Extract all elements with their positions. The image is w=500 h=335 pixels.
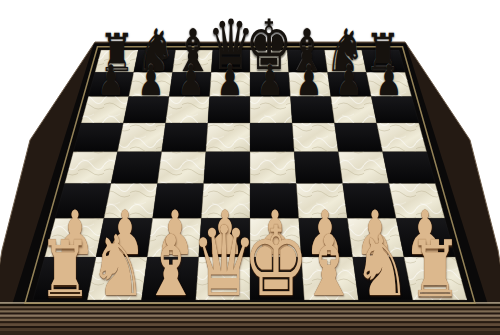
- square-e3: [250, 183, 299, 218]
- square-f7-texture: [289, 72, 331, 96]
- square-b5-texture: [117, 123, 165, 152]
- square-b2: [96, 218, 153, 257]
- square-a4-texture: [65, 152, 118, 184]
- square-a5: [73, 123, 123, 152]
- square-c3: [153, 183, 204, 218]
- square-b8: [134, 50, 176, 72]
- square-c5: [162, 123, 208, 152]
- square-d7-texture: [210, 72, 250, 96]
- square-b6: [123, 97, 169, 123]
- square-f2: [299, 218, 353, 257]
- square-g8-texture: [325, 50, 367, 72]
- square-a3: [55, 183, 111, 218]
- square-h4: [383, 152, 436, 184]
- square-h7-texture: [366, 72, 411, 96]
- square-c8-texture: [172, 50, 212, 72]
- square-a6-texture: [81, 97, 129, 123]
- square-g1: [353, 257, 413, 300]
- square-g7: [328, 72, 372, 96]
- square-f6: [290, 97, 334, 123]
- square-e4-texture: [250, 152, 296, 184]
- square-a8-texture: [95, 50, 138, 72]
- square-b1-texture: [87, 257, 147, 300]
- square-b4: [111, 152, 162, 184]
- square-g5: [334, 123, 382, 152]
- square-d3-texture: [201, 183, 250, 218]
- square-e2-texture: [250, 218, 301, 257]
- square-c6-texture: [166, 97, 210, 123]
- square-e7: [250, 72, 290, 96]
- square-d1-texture: [196, 257, 250, 300]
- square-f5-texture: [292, 123, 338, 152]
- square-h6: [371, 97, 419, 123]
- square-e1: [250, 257, 304, 300]
- square-g3: [343, 183, 396, 218]
- square-h3-texture: [389, 183, 445, 218]
- square-f8: [287, 50, 327, 72]
- square-c2-texture: [147, 218, 201, 257]
- chess-board: [0, 0, 500, 335]
- square-e5: [250, 123, 294, 152]
- square-b3-texture: [104, 183, 157, 218]
- square-f4: [294, 152, 342, 184]
- square-d2: [199, 218, 250, 257]
- square-d5-texture: [206, 123, 250, 152]
- square-f1-texture: [301, 257, 358, 300]
- square-d8: [211, 50, 250, 72]
- chess-set-photo: ♜♞♝♛♚♝♞♜♟♟♟♟♟♟♟♟♟♟♟♟♟♟♟♟♜♞♝♛♚♝♞♜: [0, 0, 500, 335]
- square-f3-texture: [296, 183, 347, 218]
- square-h2: [396, 218, 455, 257]
- square-c7: [169, 72, 211, 96]
- square-g6-texture: [331, 97, 377, 123]
- square-c1: [142, 257, 199, 300]
- square-d4: [204, 152, 250, 184]
- square-h5-texture: [377, 123, 427, 152]
- square-b7-texture: [129, 72, 173, 96]
- square-a7: [88, 72, 133, 96]
- square-g4-texture: [338, 152, 389, 184]
- square-c4-texture: [157, 152, 205, 184]
- frame-molding: [0, 302, 500, 335]
- square-e8-texture: [250, 50, 289, 72]
- square-h8: [362, 50, 405, 72]
- square-d6: [208, 97, 250, 123]
- square-g2-texture: [347, 218, 404, 257]
- square-e6-texture: [250, 97, 292, 123]
